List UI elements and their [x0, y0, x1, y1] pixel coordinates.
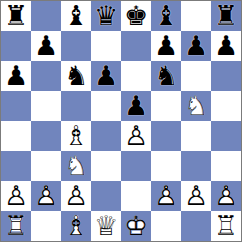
square-c6[interactable]: ♞ — [61, 61, 91, 91]
piece-body: ♞ — [151, 61, 181, 91]
square-b7[interactable]: ♟ — [31, 31, 61, 61]
square-g8[interactable] — [181, 1, 211, 31]
square-g5[interactable]: ♞♘ — [181, 91, 211, 121]
square-f7[interactable]: ♟ — [151, 31, 181, 61]
white-pawn-icon[interactable]: ♟♙ — [211, 181, 241, 211]
piece-outline: ♔ — [121, 211, 151, 241]
square-f2[interactable]: ♟♙ — [151, 181, 181, 211]
square-h6[interactable] — [211, 61, 241, 91]
white-queen-icon[interactable]: ♛♕ — [91, 211, 121, 241]
white-rook-icon[interactable]: ♜♖ — [211, 211, 241, 241]
square-h7[interactable]: ♟ — [211, 31, 241, 61]
white-pawn-icon[interactable]: ♟♙ — [151, 181, 181, 211]
square-b2[interactable]: ♟♙ — [31, 181, 61, 211]
black-rook-icon[interactable]: ♜ — [1, 1, 31, 31]
piece-body: ♞ — [61, 61, 91, 91]
square-d3[interactable] — [91, 151, 121, 181]
square-e2[interactable] — [121, 181, 151, 211]
black-bishop-icon[interactable]: ♝ — [151, 1, 181, 31]
square-e8[interactable]: ♚ — [121, 1, 151, 31]
black-pawn-icon[interactable]: ♟ — [181, 31, 211, 61]
square-a5[interactable] — [1, 91, 31, 121]
square-d7[interactable] — [91, 31, 121, 61]
square-e7[interactable] — [121, 31, 151, 61]
square-a3[interactable] — [1, 151, 31, 181]
white-pawn-icon[interactable]: ♟♙ — [1, 181, 31, 211]
square-b4[interactable] — [31, 121, 61, 151]
piece-outline: ♗ — [61, 121, 91, 151]
piece-outline: ♖ — [211, 211, 241, 241]
black-pawn-icon[interactable]: ♟ — [151, 31, 181, 61]
piece-body: ♟ — [91, 61, 121, 91]
piece-outline: ♙ — [181, 181, 211, 211]
black-queen-icon[interactable]: ♛ — [91, 1, 121, 31]
white-pawn-icon[interactable]: ♟♙ — [181, 181, 211, 211]
white-king-icon[interactable]: ♚♔ — [121, 211, 151, 241]
square-e3[interactable] — [121, 151, 151, 181]
white-pawn-icon[interactable]: ♟♙ — [121, 121, 151, 151]
square-f5[interactable] — [151, 91, 181, 121]
square-e1[interactable]: ♚♔ — [121, 211, 151, 241]
white-bishop-icon[interactable]: ♝♗ — [61, 121, 91, 151]
black-pawn-icon[interactable]: ♟ — [1, 61, 31, 91]
black-pawn-icon[interactable]: ♟ — [211, 31, 241, 61]
white-knight-icon[interactable]: ♞♘ — [181, 91, 211, 121]
piece-outline: ♙ — [1, 181, 31, 211]
square-f8[interactable]: ♝ — [151, 1, 181, 31]
square-d4[interactable] — [91, 121, 121, 151]
piece-body: ♟ — [31, 31, 61, 61]
square-b3[interactable] — [31, 151, 61, 181]
square-e6[interactable] — [121, 61, 151, 91]
piece-body: ♟ — [211, 31, 241, 61]
black-pawn-icon[interactable]: ♟ — [121, 91, 151, 121]
square-a4[interactable] — [1, 121, 31, 151]
piece-body: ♟ — [181, 31, 211, 61]
white-pawn-icon[interactable]: ♟♙ — [61, 181, 91, 211]
square-g3[interactable] — [181, 151, 211, 181]
piece-outline: ♖ — [1, 211, 31, 241]
piece-outline: ♘ — [181, 91, 211, 121]
square-g1[interactable] — [181, 211, 211, 241]
square-b6[interactable] — [31, 61, 61, 91]
black-king-icon[interactable]: ♚ — [121, 1, 151, 31]
square-c8[interactable]: ♝ — [61, 1, 91, 31]
square-c3[interactable]: ♞♘ — [61, 151, 91, 181]
square-h8[interactable]: ♜ — [211, 1, 241, 31]
black-rook-icon[interactable]: ♜ — [211, 1, 241, 31]
piece-body: ♟ — [121, 91, 151, 121]
white-rook-icon[interactable]: ♜♖ — [1, 211, 31, 241]
square-f1[interactable] — [151, 211, 181, 241]
piece-outline: ♘ — [61, 151, 91, 181]
piece-body: ♝ — [61, 1, 91, 31]
square-c2[interactable]: ♟♙ — [61, 181, 91, 211]
square-c4[interactable]: ♝♗ — [61, 121, 91, 151]
piece-body: ♟ — [151, 31, 181, 61]
square-f3[interactable] — [151, 151, 181, 181]
chess-board: ♜♝♛♚♝♜♟♟♟♟♟♞♟♞♟♞♘♝♗♟♙♞♘♟♙♟♙♟♙♟♙♟♙♟♙♜♖♝♗♛… — [0, 0, 242, 242]
black-knight-icon[interactable]: ♞ — [61, 61, 91, 91]
square-g2[interactable]: ♟♙ — [181, 181, 211, 211]
piece-body: ♚ — [121, 1, 151, 31]
square-c7[interactable] — [61, 31, 91, 61]
piece-body: ♝ — [151, 1, 181, 31]
piece-body: ♛ — [91, 1, 121, 31]
square-a6[interactable]: ♟ — [1, 61, 31, 91]
piece-outline: ♙ — [121, 121, 151, 151]
square-g6[interactable] — [181, 61, 211, 91]
black-bishop-icon[interactable]: ♝ — [61, 1, 91, 31]
black-pawn-icon[interactable]: ♟ — [91, 61, 121, 91]
square-b5[interactable] — [31, 91, 61, 121]
square-d8[interactable]: ♛ — [91, 1, 121, 31]
square-a7[interactable] — [1, 31, 31, 61]
piece-body: ♜ — [1, 1, 31, 31]
square-c1[interactable]: ♝♗ — [61, 211, 91, 241]
square-d6[interactable]: ♟ — [91, 61, 121, 91]
piece-outline: ♗ — [61, 211, 91, 241]
white-bishop-icon[interactable]: ♝♗ — [61, 211, 91, 241]
square-d1[interactable]: ♛♕ — [91, 211, 121, 241]
square-h5[interactable] — [211, 91, 241, 121]
piece-outline: ♙ — [31, 181, 61, 211]
square-d2[interactable] — [91, 181, 121, 211]
square-h1[interactable]: ♜♖ — [211, 211, 241, 241]
black-knight-icon[interactable]: ♞ — [151, 61, 181, 91]
square-g7[interactable]: ♟ — [181, 31, 211, 61]
square-f4[interactable] — [151, 121, 181, 151]
square-c5[interactable] — [61, 91, 91, 121]
white-pawn-icon[interactable]: ♟♙ — [31, 181, 61, 211]
piece-body: ♟ — [1, 61, 31, 91]
square-e5[interactable]: ♟ — [121, 91, 151, 121]
square-h4[interactable] — [211, 121, 241, 151]
square-a8[interactable]: ♜ — [1, 1, 31, 31]
square-h2[interactable]: ♟♙ — [211, 181, 241, 211]
piece-outline: ♙ — [151, 181, 181, 211]
piece-outline: ♙ — [61, 181, 91, 211]
square-g4[interactable] — [181, 121, 211, 151]
piece-body: ♜ — [211, 1, 241, 31]
square-b1[interactable] — [31, 211, 61, 241]
square-b8[interactable] — [31, 1, 61, 31]
square-h3[interactable] — [211, 151, 241, 181]
square-d5[interactable] — [91, 91, 121, 121]
piece-outline: ♙ — [211, 181, 241, 211]
square-e4[interactable]: ♟♙ — [121, 121, 151, 151]
square-a2[interactable]: ♟♙ — [1, 181, 31, 211]
piece-outline: ♕ — [91, 211, 121, 241]
white-knight-icon[interactable]: ♞♘ — [61, 151, 91, 181]
black-pawn-icon[interactable]: ♟ — [31, 31, 61, 61]
square-a1[interactable]: ♜♖ — [1, 211, 31, 241]
square-f6[interactable]: ♞ — [151, 61, 181, 91]
